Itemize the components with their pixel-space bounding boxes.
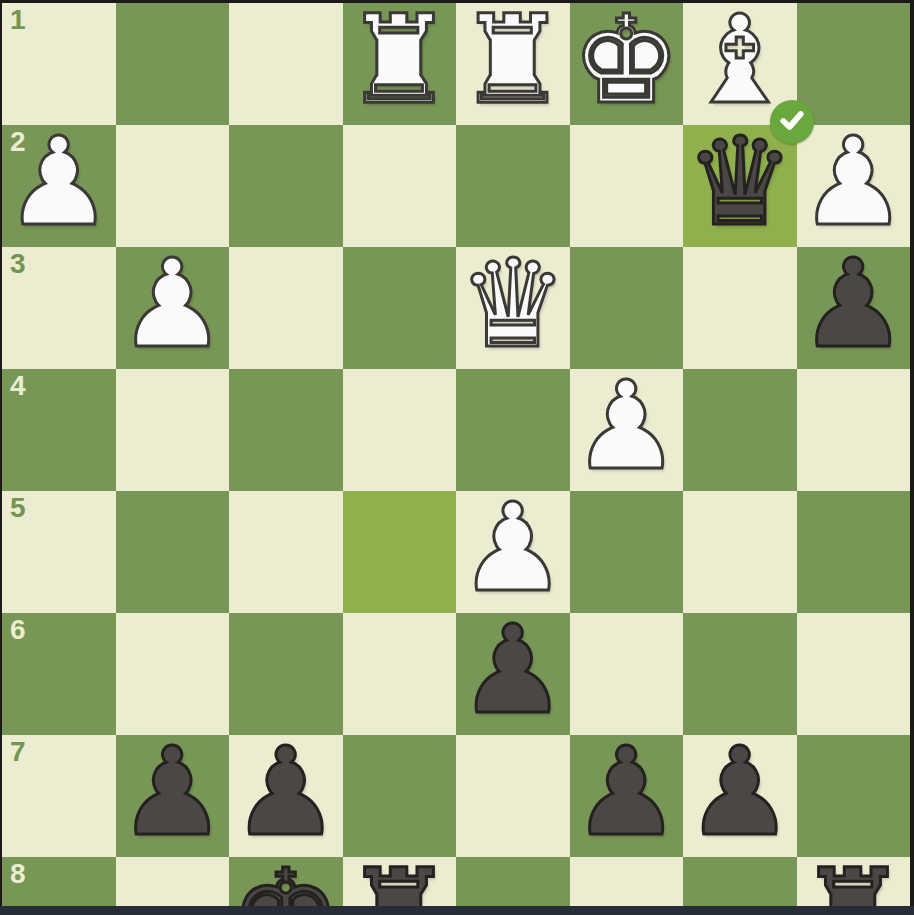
white-bishop-b1[interactable]: ♝ — [685, 0, 794, 121]
square-g3[interactable]: ♟ — [116, 247, 230, 369]
square-g4[interactable] — [116, 369, 230, 491]
square-b6[interactable] — [683, 613, 797, 735]
square-b3[interactable] — [683, 247, 797, 369]
black-pawn-a3[interactable]: ♟ — [799, 243, 908, 365]
square-c2[interactable] — [570, 125, 684, 247]
square-a7[interactable] — [797, 735, 911, 857]
rank-label-4: 4 — [10, 372, 26, 400]
square-f4[interactable] — [229, 369, 343, 491]
square-h4[interactable]: 4 — [2, 369, 116, 491]
rank-label-7: 7 — [10, 738, 26, 766]
square-f7[interactable]: ♟ — [229, 735, 343, 857]
square-e7[interactable] — [343, 735, 457, 857]
square-d6[interactable]: ♟ — [456, 613, 570, 735]
square-a2[interactable]: ♟ — [797, 125, 911, 247]
white-pawn-d5[interactable]: ♟ — [458, 487, 567, 609]
best-move-badge — [770, 100, 814, 144]
checkmark-icon — [777, 105, 807, 139]
square-g1[interactable] — [116, 3, 230, 125]
square-f5[interactable] — [229, 491, 343, 613]
rank-label-6: 6 — [10, 616, 26, 644]
black-pawn-b7[interactable]: ♟ — [685, 731, 794, 853]
square-a3[interactable]: ♟ — [797, 247, 911, 369]
square-e4[interactable] — [343, 369, 457, 491]
square-e6[interactable] — [343, 613, 457, 735]
square-h1[interactable]: 1 — [2, 3, 116, 125]
square-b7[interactable]: ♟ — [683, 735, 797, 857]
white-rook-d1[interactable]: ♜ — [458, 0, 567, 121]
rank-label-5: 5 — [10, 494, 26, 522]
rank-label-2: 2 — [10, 128, 26, 156]
square-d3[interactable]: ♛ — [456, 247, 570, 369]
square-c7[interactable]: ♟ — [570, 735, 684, 857]
rank-label-3: 3 — [10, 250, 26, 278]
square-d4[interactable] — [456, 369, 570, 491]
white-king-c1[interactable]: ♚ — [572, 0, 681, 121]
square-f3[interactable] — [229, 247, 343, 369]
square-d7[interactable] — [456, 735, 570, 857]
square-h7[interactable]: 7 — [2, 735, 116, 857]
square-a1[interactable] — [797, 3, 911, 125]
white-pawn-c4[interactable]: ♟ — [572, 365, 681, 487]
black-pawn-f7[interactable]: ♟ — [231, 731, 340, 853]
chess-board[interactable]: 1♜♜♚♝2♟♛♟3♟♛♟4♟5♟6♟7♟♟♟♟8hgf♚e♜dcba♜ — [2, 3, 910, 906]
square-b2[interactable]: ♛ — [683, 125, 797, 247]
square-a5[interactable] — [797, 491, 911, 613]
bottom-strip — [0, 906, 914, 915]
square-g5[interactable] — [116, 491, 230, 613]
black-pawn-d6[interactable]: ♟ — [458, 609, 567, 731]
square-e3[interactable] — [343, 247, 457, 369]
square-f6[interactable] — [229, 613, 343, 735]
square-h3[interactable]: 3 — [2, 247, 116, 369]
black-pawn-g7[interactable]: ♟ — [118, 731, 227, 853]
black-pawn-c7[interactable]: ♟ — [572, 731, 681, 853]
square-g6[interactable] — [116, 613, 230, 735]
square-d5[interactable]: ♟ — [456, 491, 570, 613]
square-a6[interactable] — [797, 613, 911, 735]
square-h6[interactable]: 6 — [2, 613, 116, 735]
square-e2[interactable] — [343, 125, 457, 247]
square-g7[interactable]: ♟ — [116, 735, 230, 857]
square-b5[interactable] — [683, 491, 797, 613]
square-c5[interactable] — [570, 491, 684, 613]
white-pawn-a2[interactable]: ♟ — [799, 121, 908, 243]
square-f1[interactable] — [229, 3, 343, 125]
white-queen-d3[interactable]: ♛ — [458, 243, 567, 365]
square-h5[interactable]: 5 — [2, 491, 116, 613]
square-b4[interactable] — [683, 369, 797, 491]
square-d1[interactable]: ♜ — [456, 3, 570, 125]
square-f2[interactable] — [229, 125, 343, 247]
board-container: 1♜♜♚♝2♟♛♟3♟♛♟4♟5♟6♟7♟♟♟♟8hgf♚e♜dcba♜ — [0, 0, 914, 915]
square-c3[interactable] — [570, 247, 684, 369]
square-h2[interactable]: 2♟ — [2, 125, 116, 247]
rank-label-1: 1 — [10, 6, 26, 34]
square-e5[interactable] — [343, 491, 457, 613]
square-c1[interactable]: ♚ — [570, 3, 684, 125]
square-g2[interactable] — [116, 125, 230, 247]
rank-label-8: 8 — [10, 860, 26, 888]
square-e1[interactable]: ♜ — [343, 3, 457, 125]
square-a4[interactable] — [797, 369, 911, 491]
white-rook-e1[interactable]: ♜ — [345, 0, 454, 121]
square-c4[interactable]: ♟ — [570, 369, 684, 491]
white-pawn-g3[interactable]: ♟ — [118, 243, 227, 365]
square-c6[interactable] — [570, 613, 684, 735]
square-d2[interactable] — [456, 125, 570, 247]
